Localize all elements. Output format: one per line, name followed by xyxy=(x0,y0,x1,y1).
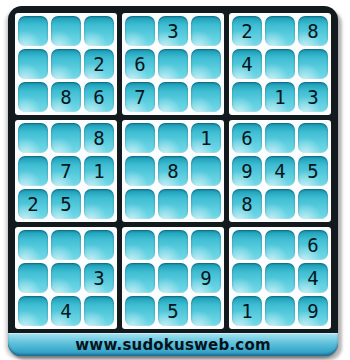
cell-r9c8[interactable] xyxy=(265,296,295,326)
cell-r3c6[interactable] xyxy=(191,82,221,112)
cell-r9c5[interactable]: 5 xyxy=(158,296,188,326)
cell-r3c5[interactable] xyxy=(158,82,188,112)
cell-r9c4[interactable] xyxy=(125,296,155,326)
cell-r3c2[interactable]: 8 xyxy=(51,82,81,112)
cell-r2c2[interactable] xyxy=(51,49,81,79)
cell-r2c9[interactable] xyxy=(298,49,328,79)
cell-r1c5[interactable]: 3 xyxy=(158,16,188,46)
cell-r9c1[interactable] xyxy=(18,296,48,326)
cell-r5c1[interactable] xyxy=(18,156,48,186)
cell-r4c9[interactable] xyxy=(298,123,328,153)
cell-r9c7[interactable]: 1 xyxy=(232,296,262,326)
cell-r4c3[interactable]: 8 xyxy=(84,123,114,153)
cell-r3c9[interactable]: 3 xyxy=(298,82,328,112)
cell-r8c5[interactable] xyxy=(158,263,188,293)
cell-r3c3[interactable]: 6 xyxy=(84,82,114,112)
sudoku-board: 2863672841387125186945834956419 www.sudo… xyxy=(8,6,338,356)
cell-r4c7[interactable]: 6 xyxy=(232,123,262,153)
cell-r8c9[interactable]: 4 xyxy=(298,263,328,293)
cell-r6c5[interactable] xyxy=(158,189,188,219)
cell-r7c3[interactable] xyxy=(84,230,114,260)
cell-r6c8[interactable] xyxy=(265,189,295,219)
cell-r6c7[interactable]: 8 xyxy=(232,189,262,219)
cell-r8c8[interactable] xyxy=(265,263,295,293)
cell-r1c1[interactable] xyxy=(18,16,48,46)
cell-r8c4[interactable] xyxy=(125,263,155,293)
cell-r7c9[interactable]: 6 xyxy=(298,230,328,260)
cell-r1c2[interactable] xyxy=(51,16,81,46)
cell-r3c1[interactable] xyxy=(18,82,48,112)
cell-r9c9[interactable]: 9 xyxy=(298,296,328,326)
cell-r6c1[interactable]: 2 xyxy=(18,189,48,219)
cell-r3c7[interactable] xyxy=(232,82,262,112)
cell-r5c4[interactable] xyxy=(125,156,155,186)
cell-r7c4[interactable] xyxy=(125,230,155,260)
box-2-1: 87125 xyxy=(15,120,117,222)
cell-r5c9[interactable]: 5 xyxy=(298,156,328,186)
cell-r9c3[interactable] xyxy=(84,296,114,326)
cell-r8c3[interactable]: 3 xyxy=(84,263,114,293)
cell-r4c2[interactable] xyxy=(51,123,81,153)
cell-r1c7[interactable]: 2 xyxy=(232,16,262,46)
cell-r6c4[interactable] xyxy=(125,189,155,219)
box-3-3: 6419 xyxy=(229,227,331,329)
cell-r6c9[interactable] xyxy=(298,189,328,219)
cell-r1c3[interactable] xyxy=(84,16,114,46)
cell-r8c1[interactable] xyxy=(18,263,48,293)
cell-r2c3[interactable]: 2 xyxy=(84,49,114,79)
cell-r7c8[interactable] xyxy=(265,230,295,260)
cell-r6c6[interactable] xyxy=(191,189,221,219)
cell-r5c5[interactable]: 8 xyxy=(158,156,188,186)
box-3-1: 34 xyxy=(15,227,117,329)
cell-r7c5[interactable] xyxy=(158,230,188,260)
website-url-label: www.sudokusweb.com xyxy=(75,336,270,354)
cell-r5c3[interactable]: 1 xyxy=(84,156,114,186)
box-1-3: 28413 xyxy=(229,13,331,115)
cell-r1c8[interactable] xyxy=(265,16,295,46)
cell-r8c7[interactable] xyxy=(232,263,262,293)
cell-r9c6[interactable] xyxy=(191,296,221,326)
sudoku-grid: 2863672841387125186945834956419 xyxy=(8,6,338,333)
cell-r4c1[interactable] xyxy=(18,123,48,153)
cell-r1c4[interactable] xyxy=(125,16,155,46)
cell-r2c5[interactable] xyxy=(158,49,188,79)
cell-r5c7[interactable]: 9 xyxy=(232,156,262,186)
cell-r5c6[interactable] xyxy=(191,156,221,186)
box-2-3: 69458 xyxy=(229,120,331,222)
cell-r2c1[interactable] xyxy=(18,49,48,79)
cell-r4c5[interactable] xyxy=(158,123,188,153)
cell-r8c2[interactable] xyxy=(51,263,81,293)
cell-r4c6[interactable]: 1 xyxy=(191,123,221,153)
cell-r1c9[interactable]: 8 xyxy=(298,16,328,46)
cell-r5c8[interactable]: 4 xyxy=(265,156,295,186)
box-1-2: 367 xyxy=(122,13,224,115)
cell-r2c6[interactable] xyxy=(191,49,221,79)
cell-r6c2[interactable]: 5 xyxy=(51,189,81,219)
cell-r4c8[interactable] xyxy=(265,123,295,153)
cell-r9c2[interactable]: 4 xyxy=(51,296,81,326)
box-2-2: 18 xyxy=(122,120,224,222)
cell-r2c4[interactable]: 6 xyxy=(125,49,155,79)
cell-r5c2[interactable]: 7 xyxy=(51,156,81,186)
footer-band: www.sudokusweb.com xyxy=(8,333,338,356)
cell-r1c6[interactable] xyxy=(191,16,221,46)
cell-r2c7[interactable]: 4 xyxy=(232,49,262,79)
cell-r7c2[interactable] xyxy=(51,230,81,260)
cell-r6c3[interactable] xyxy=(84,189,114,219)
box-3-2: 95 xyxy=(122,227,224,329)
cell-r7c7[interactable] xyxy=(232,230,262,260)
cell-r7c6[interactable] xyxy=(191,230,221,260)
cell-r3c4[interactable]: 7 xyxy=(125,82,155,112)
cell-r2c8[interactable] xyxy=(265,49,295,79)
cell-r7c1[interactable] xyxy=(18,230,48,260)
cell-r3c8[interactable]: 1 xyxy=(265,82,295,112)
cell-r8c6[interactable]: 9 xyxy=(191,263,221,293)
box-1-1: 286 xyxy=(15,13,117,115)
cell-r4c4[interactable] xyxy=(125,123,155,153)
